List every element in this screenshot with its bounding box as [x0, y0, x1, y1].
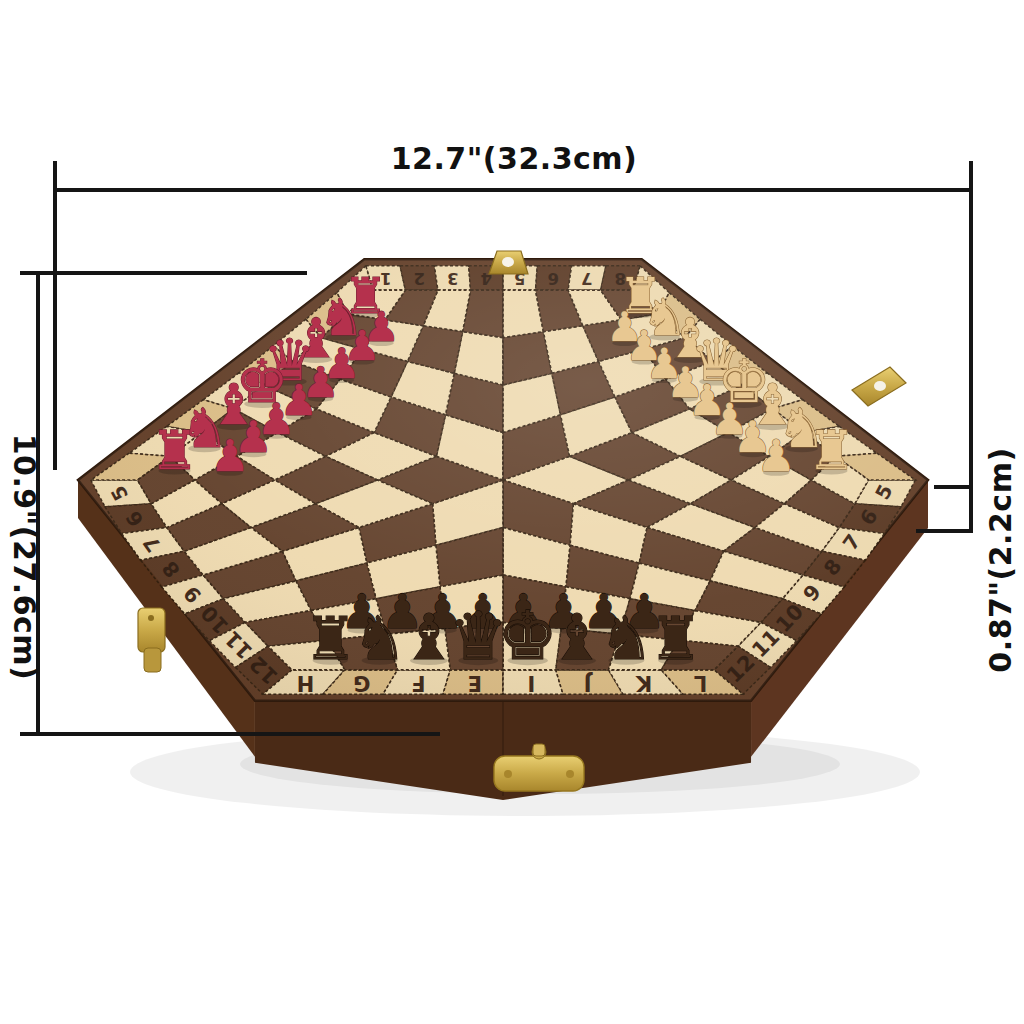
coord-label-top-edge-3: 3 — [447, 269, 458, 288]
piece-dark-N: ♞ — [599, 603, 653, 673]
piece-natural-R: ♜ — [807, 419, 855, 482]
coord-label-bottom-edge-K: K — [635, 671, 652, 695]
piece-dark-B: ♝ — [549, 601, 605, 674]
coord-label-bottom-edge-G: G — [353, 671, 370, 695]
coord-label-top-edge-7: 7 — [581, 269, 592, 288]
coord-label-bottom-edge-I: I — [527, 671, 535, 695]
thickness-dimension-label: 0.87"(2.2cm) — [983, 447, 1018, 672]
coord-label-bottom-edge-F: F — [411, 671, 425, 695]
coord-label-bottom-edge-J: J — [584, 671, 594, 695]
coord-label-bottom-edge-E: E — [468, 671, 482, 695]
piece-dark-R: ♜ — [304, 604, 357, 673]
height-dimension-label: 10.9"(27.6cm) — [7, 434, 42, 681]
width-dimension-label: 12.7"(32.3cm) — [391, 141, 638, 176]
piece-dark-N: ♞ — [353, 603, 407, 673]
product-photo: 123456785678910111256789101112HGFEIJKL♜♜… — [0, 0, 1024, 1024]
piece-red-R: ♜ — [151, 419, 199, 482]
piece-natural-P: ♟ — [757, 430, 796, 481]
coord-label-top-edge-6: 6 — [548, 269, 559, 288]
coord-label-bottom-edge-L: L — [694, 671, 707, 695]
piece-red-P: ♟ — [210, 430, 249, 481]
piece-dark-R: ♜ — [649, 604, 702, 673]
left-clasp — [138, 608, 165, 652]
coord-label-top-edge-2: 2 — [413, 269, 424, 288]
coord-label-bottom-edge-H: H — [297, 671, 315, 695]
